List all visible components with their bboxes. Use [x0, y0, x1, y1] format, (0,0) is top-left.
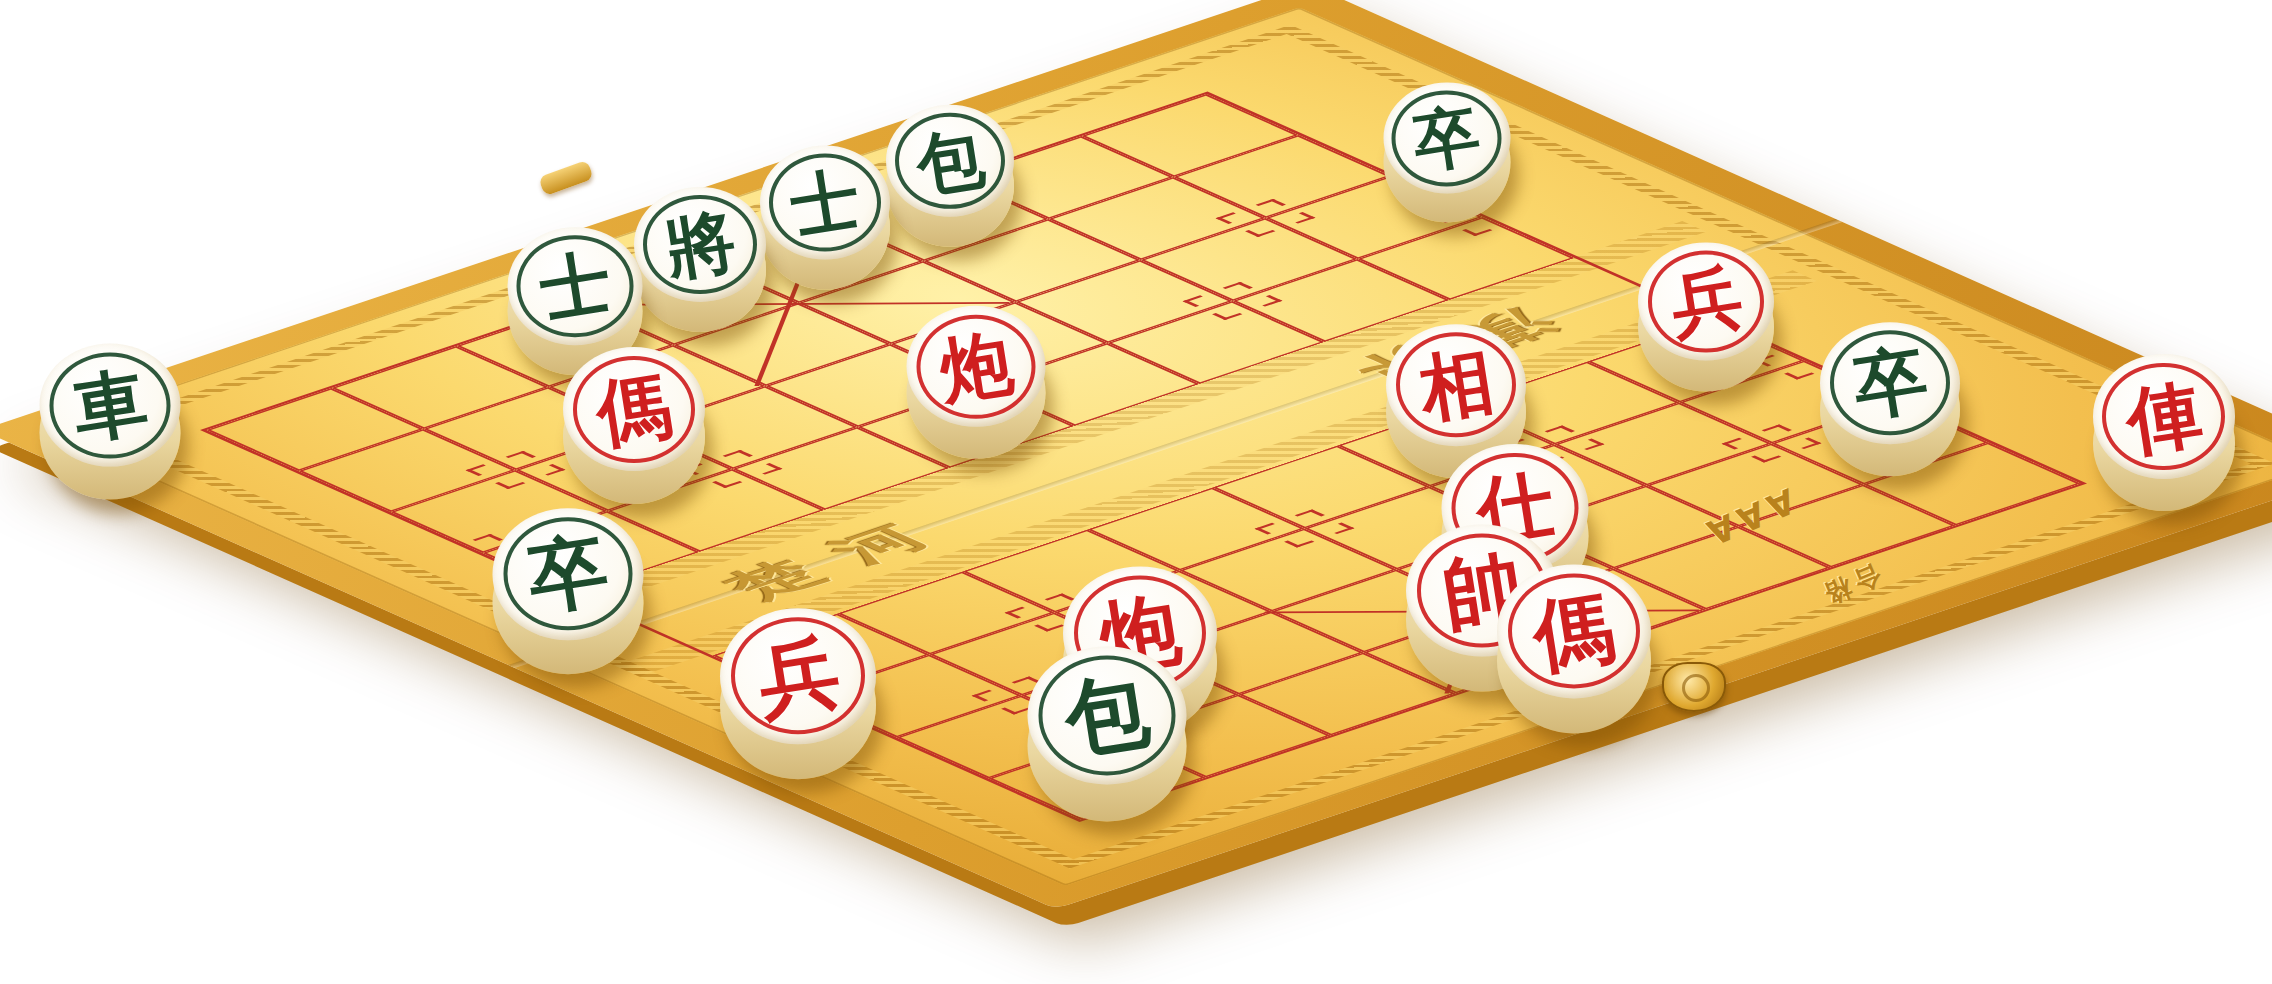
piece-red-elephant[interactable]: 相 [1386, 324, 1526, 457]
piece-character: 俥 [2121, 374, 2206, 459]
piece-top-face: 士 [760, 146, 890, 260]
piece-black-soldier[interactable]: 卒 [1820, 322, 1960, 455]
gold-clasp[interactable] [1662, 662, 1726, 712]
piece-top-face: 俥 [2093, 354, 2235, 478]
piece-top-face: 車 [40, 344, 181, 467]
piece-black-cannon[interactable]: 包 [1028, 646, 1187, 797]
piece-top-face: 包 [1028, 646, 1187, 785]
piece-red-horse[interactable]: 傌 [563, 347, 705, 482]
piece-top-face: 傌 [1497, 564, 1651, 698]
piece-character: 卒 [1848, 341, 1932, 425]
piece-black-general[interactable]: 將 [634, 187, 766, 312]
piece-black-soldier[interactable]: 卒 [493, 508, 644, 651]
piece-top-face: 兵 [720, 608, 876, 744]
piece-red-soldier[interactable]: 兵 [720, 608, 876, 756]
piece-character: 傌 [592, 367, 677, 452]
piece-top-face: 士 [508, 227, 643, 345]
piece-top-face: 炮 [907, 306, 1046, 427]
piece-top-face: 相 [1386, 324, 1526, 446]
piece-red-cannon[interactable]: 炮 [907, 306, 1046, 438]
piece-top-face: 傌 [563, 347, 705, 471]
piece-character: 包 [912, 123, 989, 200]
piece-black-advisor[interactable]: 士 [760, 146, 890, 270]
fold-hinge [538, 160, 594, 197]
piece-top-face: 將 [634, 187, 766, 302]
piece-red-chariot-rim-right[interactable]: 俥 [2093, 354, 2235, 489]
piece-top-face: 卒 [1820, 322, 1960, 444]
piece-top-face: 卒 [1383, 82, 1510, 193]
piece-character: 將 [661, 205, 740, 284]
piece-character: 車 [68, 364, 152, 448]
piece-top-face: 卒 [493, 508, 644, 640]
piece-character: 士 [786, 164, 864, 242]
piece-black-cannon[interactable]: 包 [886, 105, 1014, 227]
xiangqi-photo-scene: 楚河 漢界 AAA 合格 車 士 將 士 包 卒 [0, 0, 2272, 984]
piece-character: 傌 [1528, 585, 1620, 677]
piece-character: 卒 [1409, 100, 1485, 176]
piece-character: 相 [1414, 343, 1498, 427]
piece-character: 炮 [935, 325, 1017, 407]
piece-top-face: 包 [886, 105, 1014, 217]
piece-character: 包 [1060, 668, 1155, 763]
piece-red-soldier[interactable]: 兵 [1638, 242, 1774, 371]
piece-top-face: 兵 [1638, 242, 1774, 361]
piece-character: 卒 [523, 529, 613, 619]
piece-character: 兵 [752, 629, 845, 722]
piece-character: 兵 [1665, 261, 1746, 342]
piece-red-horse[interactable]: 傌 [1497, 564, 1651, 710]
piece-black-advisor[interactable]: 士 [508, 227, 643, 355]
piece-black-soldier-rim-top[interactable]: 卒 [1383, 82, 1510, 203]
piece-black-chariot-rim-left[interactable]: 車 [40, 344, 181, 478]
piece-character: 士 [535, 246, 615, 326]
